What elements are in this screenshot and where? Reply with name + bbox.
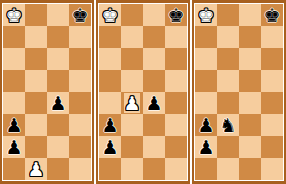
square-c1	[239, 158, 261, 180]
square-b8	[121, 4, 143, 26]
white-pawn-piece: ♟	[25, 158, 47, 180]
square-a8: ♚	[3, 4, 25, 26]
square-d4	[69, 92, 91, 114]
square-b7	[121, 26, 143, 48]
square-c4: ♟	[143, 92, 165, 114]
square-d7	[69, 26, 91, 48]
black-pawn-piece: ♟	[99, 136, 121, 158]
square-c6	[143, 48, 165, 70]
black-pawn-piece: ♟	[195, 136, 217, 158]
black-pawn-piece: ♟	[99, 114, 121, 136]
square-b1	[217, 158, 239, 180]
board-diagram-2: ♚♚♟♟♟♟	[96, 0, 190, 184]
black-pawn-piece: ♟	[195, 114, 217, 136]
square-d6	[261, 48, 283, 70]
diagram-strip: ♚♚♟♟♟♟ ♚♚♟♟♟♟ ♚♚♟♞♟	[0, 0, 286, 184]
square-b2	[121, 136, 143, 158]
square-b4	[217, 92, 239, 114]
square-a7	[3, 26, 25, 48]
square-d3	[69, 114, 91, 136]
square-c8	[47, 4, 69, 26]
square-a1	[195, 158, 217, 180]
square-d3	[165, 114, 187, 136]
square-c2	[47, 136, 69, 158]
square-b2	[25, 136, 47, 158]
black-pawn-piece: ♟	[3, 114, 25, 136]
square-c6	[47, 48, 69, 70]
square-a1	[99, 158, 121, 180]
white-king-piece: ♚	[99, 4, 121, 26]
board-diagram-1: ♚♚♟♟♟♟	[0, 0, 94, 184]
square-c4: ♟	[47, 92, 69, 114]
white-pawn-piece: ♟	[124, 93, 140, 113]
square-b3: ♞	[217, 114, 239, 136]
square-a6	[195, 48, 217, 70]
square-c2	[143, 136, 165, 158]
black-king-piece: ♚	[261, 4, 283, 26]
black-knight-piece: ♞	[217, 114, 239, 136]
square-c3	[239, 114, 261, 136]
square-a2: ♟	[195, 136, 217, 158]
square-a7	[195, 26, 217, 48]
square-c7	[47, 26, 69, 48]
square-b3	[25, 114, 47, 136]
square-d5	[69, 70, 91, 92]
square-b8	[25, 4, 47, 26]
square-d1	[69, 158, 91, 180]
square-d1	[261, 158, 283, 180]
square-d4	[165, 92, 187, 114]
black-pawn-piece: ♟	[47, 92, 69, 114]
square-c8	[143, 4, 165, 26]
square-d5	[261, 70, 283, 92]
square-b6	[25, 48, 47, 70]
square-a1	[3, 158, 25, 180]
square-d7	[261, 26, 283, 48]
square-c2	[239, 136, 261, 158]
square-b8	[217, 4, 239, 26]
square-d2	[165, 136, 187, 158]
square-a2: ♟	[3, 136, 25, 158]
square-b7	[25, 26, 47, 48]
square-c4	[239, 92, 261, 114]
square-d4	[261, 92, 283, 114]
board-diagram-3: ♚♚♟♞♟	[192, 0, 286, 184]
square-a8: ♚	[195, 4, 217, 26]
square-b2	[217, 136, 239, 158]
square-c3	[143, 114, 165, 136]
black-king-piece: ♚	[165, 4, 187, 26]
square-c8	[239, 4, 261, 26]
square-c5	[47, 70, 69, 92]
square-c5	[239, 70, 261, 92]
square-d3	[261, 114, 283, 136]
square-a3: ♟	[3, 114, 25, 136]
square-b5	[25, 70, 47, 92]
square-a7	[99, 26, 121, 48]
square-b1	[121, 158, 143, 180]
square-b4	[25, 92, 47, 114]
black-king-piece: ♚	[69, 4, 91, 26]
square-a3: ♟	[99, 114, 121, 136]
square-d1	[165, 158, 187, 180]
square-d8: ♚	[165, 4, 187, 26]
square-b5	[121, 70, 143, 92]
square-c1	[47, 158, 69, 180]
board-grid-2: ♚♚♟♟♟♟	[99, 4, 187, 180]
white-king-piece: ♚	[195, 4, 217, 26]
square-c1	[143, 158, 165, 180]
square-c5	[143, 70, 165, 92]
board-grid-3: ♚♚♟♞♟	[195, 4, 283, 180]
square-d8: ♚	[261, 4, 283, 26]
square-c6	[239, 48, 261, 70]
square-b7	[217, 26, 239, 48]
square-c7	[143, 26, 165, 48]
white-king-piece: ♚	[3, 4, 25, 26]
square-a4	[99, 92, 121, 114]
square-c3	[47, 114, 69, 136]
square-d7	[165, 26, 187, 48]
square-b4: ♟	[121, 92, 143, 114]
square-a8: ♚	[99, 4, 121, 26]
square-a6	[3, 48, 25, 70]
square-b1: ♟	[25, 158, 47, 180]
square-a4	[3, 92, 25, 114]
square-a5	[99, 70, 121, 92]
board-grid-1: ♚♚♟♟♟♟	[3, 4, 91, 180]
square-d2	[261, 136, 283, 158]
square-d6	[165, 48, 187, 70]
square-a2: ♟	[99, 136, 121, 158]
square-a5	[195, 70, 217, 92]
square-b6	[121, 48, 143, 70]
square-a5	[3, 70, 25, 92]
square-d6	[69, 48, 91, 70]
square-d2	[69, 136, 91, 158]
square-d8: ♚	[69, 4, 91, 26]
square-b5	[217, 70, 239, 92]
square-a6	[99, 48, 121, 70]
black-pawn-piece: ♟	[143, 92, 165, 114]
square-b6	[217, 48, 239, 70]
black-pawn-piece: ♟	[3, 136, 25, 158]
square-b3	[121, 114, 143, 136]
square-a3: ♟	[195, 114, 217, 136]
square-c7	[239, 26, 261, 48]
square-a4	[195, 92, 217, 114]
square-d5	[165, 70, 187, 92]
